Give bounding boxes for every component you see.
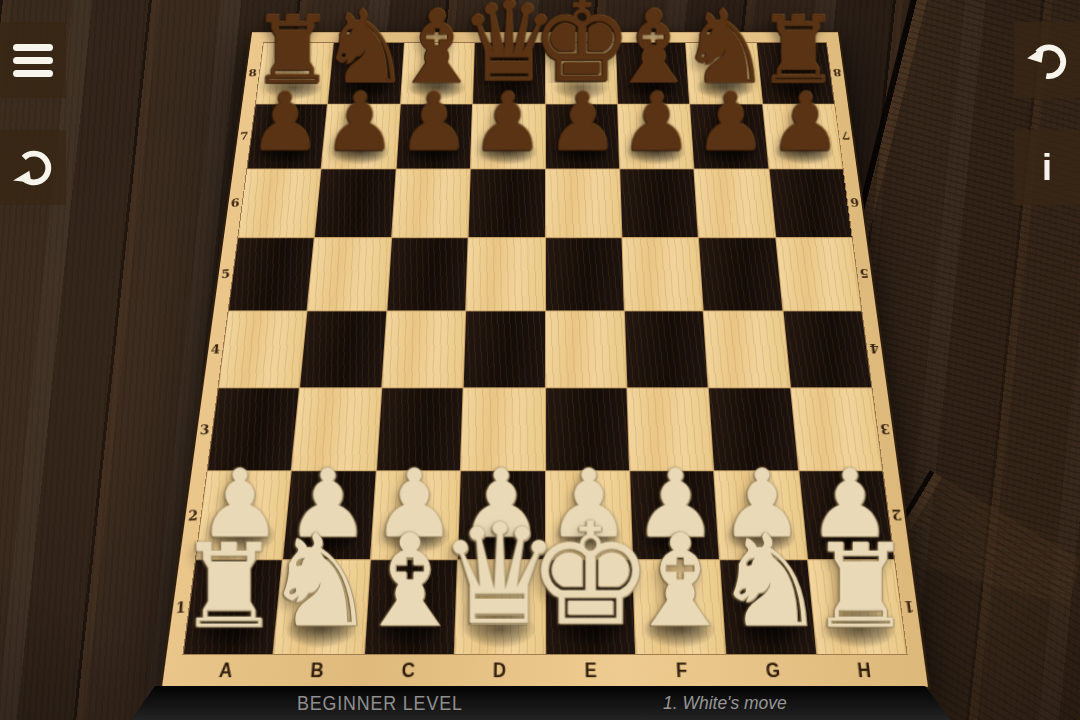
hamburger-menu-icon: [13, 44, 53, 51]
square-h1[interactable]: ♜: [808, 560, 907, 654]
file-label-a: A: [178, 655, 273, 687]
rotate-reset-button[interactable]: [0, 130, 66, 205]
square-b4[interactable]: [300, 311, 386, 388]
undo-button[interactable]: [1014, 22, 1080, 98]
square-e6[interactable]: [545, 169, 621, 237]
square-f1[interactable]: ♝: [633, 560, 725, 654]
square-f6[interactable]: [620, 169, 698, 237]
square-b7[interactable]: ♟: [322, 104, 400, 168]
move-status-label: 1. White's move: [663, 692, 787, 714]
square-f4[interactable]: [625, 311, 708, 388]
chess-app-screen: ♜♞♝♛♚♝♞♜♟♟♟♟♟♟♟♟♟♟♟♟♟♟♟♟♜♞♝♛♚♝♞♜ 8765432…: [0, 0, 1080, 720]
file-label-c: C: [362, 655, 455, 687]
piece-black-pawn[interactable]: ♟: [323, 81, 395, 162]
file-label-g: G: [726, 655, 820, 687]
square-d5[interactable]: [466, 238, 544, 310]
square-a4[interactable]: [219, 311, 307, 388]
file-labels-bottom: ABCDEFGH: [178, 655, 912, 687]
piece-black-pawn[interactable]: ♟: [769, 81, 841, 162]
square-c6[interactable]: [392, 169, 470, 237]
piece-black-pawn[interactable]: ♟: [695, 81, 767, 162]
piece-black-pawn[interactable]: ♟: [620, 81, 692, 162]
square-f5[interactable]: [622, 238, 703, 310]
square-a5[interactable]: [229, 238, 314, 310]
square-h7[interactable]: ♟: [763, 104, 843, 168]
piece-white-rook[interactable]: ♜: [809, 529, 913, 645]
square-d6[interactable]: [469, 169, 545, 237]
square-g5[interactable]: [699, 238, 782, 310]
file-label-h: H: [817, 655, 912, 687]
piece-black-pawn[interactable]: ♟: [249, 81, 321, 162]
square-e4[interactable]: [545, 311, 626, 388]
file-label-e: E: [545, 655, 637, 687]
undo-arrow-icon: [1022, 33, 1072, 87]
file-label-f: F: [636, 655, 729, 687]
square-g7[interactable]: ♟: [690, 104, 768, 168]
square-h5[interactable]: [776, 238, 861, 310]
square-h6[interactable]: [769, 169, 852, 237]
square-d7[interactable]: ♟: [471, 104, 545, 168]
square-h4[interactable]: [783, 311, 871, 388]
square-e5[interactable]: [545, 238, 623, 310]
square-d4[interactable]: [464, 311, 545, 388]
info-button[interactable]: i: [1014, 130, 1080, 205]
board-grid: ♜♞♝♛♚♝♞♜♟♟♟♟♟♟♟♟♟♟♟♟♟♟♟♟♜♞♝♛♚♝♞♜: [182, 42, 907, 655]
square-g4[interactable]: [704, 311, 790, 388]
chess-board[interactable]: ♜♞♝♛♚♝♞♜♟♟♟♟♟♟♟♟♟♟♟♟♟♟♟♟♜♞♝♛♚♝♞♜ 8765432…: [159, 31, 930, 690]
level-label: BEGINNER LEVEL: [297, 691, 463, 715]
piece-black-pawn[interactable]: ♟: [472, 81, 544, 162]
status-bar: BEGINNER LEVEL 1. White's move: [0, 686, 1080, 720]
file-label-b: B: [270, 655, 364, 687]
square-e7[interactable]: ♟: [545, 104, 619, 168]
square-e1[interactable]: ♚: [546, 560, 635, 654]
square-a7[interactable]: ♟: [247, 104, 327, 168]
square-c5[interactable]: [387, 238, 468, 310]
square-c7[interactable]: ♟: [396, 104, 472, 168]
square-a6[interactable]: [238, 169, 321, 237]
square-c4[interactable]: [382, 311, 465, 388]
square-b5[interactable]: [308, 238, 391, 310]
info-icon: i: [1042, 147, 1052, 189]
piece-black-pawn[interactable]: ♟: [397, 81, 469, 162]
square-f7[interactable]: ♟: [618, 104, 694, 168]
file-label-d: D: [453, 655, 545, 687]
rotate-arrow-icon: [8, 141, 58, 195]
square-g6[interactable]: [695, 169, 775, 237]
piece-black-pawn[interactable]: ♟: [546, 81, 618, 162]
square-b6[interactable]: [315, 169, 395, 237]
menu-button[interactable]: [0, 22, 66, 98]
square-g1[interactable]: ♞: [720, 560, 816, 654]
